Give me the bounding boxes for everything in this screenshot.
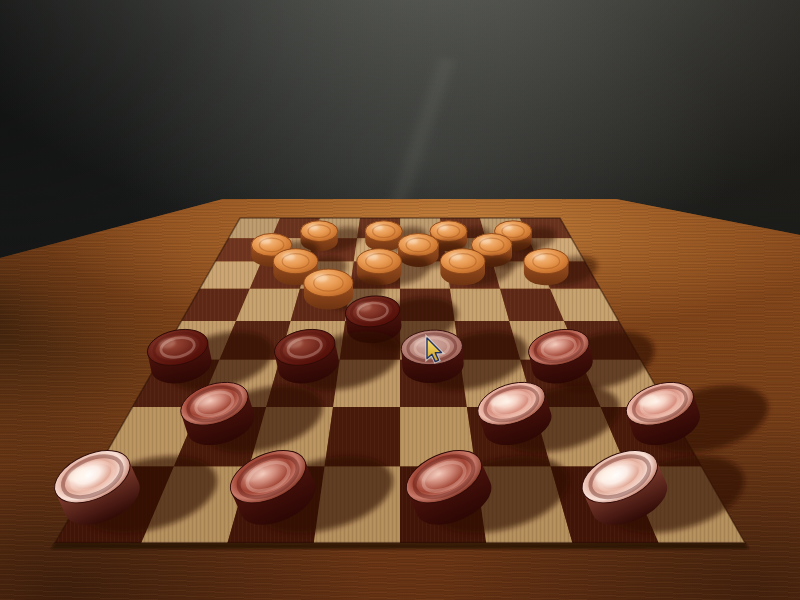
- piece-top: [301, 221, 338, 242]
- checkers-board: [0, 0, 800, 600]
- piece-highlight: [450, 253, 462, 260]
- piece-top: [357, 249, 402, 274]
- piece-top: [440, 249, 485, 274]
- piece-top: [524, 249, 569, 274]
- checker-piece-orange[interactable]: [440, 249, 485, 286]
- piece-highlight: [480, 238, 491, 244]
- checker-piece-orange[interactable]: [524, 249, 569, 286]
- piece-highlight: [502, 225, 512, 231]
- board-near-edge: [51, 543, 749, 549]
- piece-highlight: [314, 274, 328, 282]
- piece-highlight: [308, 225, 318, 231]
- piece-highlight: [260, 238, 271, 244]
- piece-top: [365, 221, 402, 242]
- checkers-3d-scene: [0, 0, 800, 600]
- wood-grain-overlay: [450, 289, 509, 321]
- piece-highlight: [407, 238, 418, 244]
- piece-highlight: [283, 253, 295, 260]
- checker-piece-orange[interactable]: [304, 269, 353, 309]
- piece-top: [304, 269, 353, 297]
- piece-highlight: [533, 253, 545, 260]
- piece-top: [398, 234, 439, 257]
- piece-top: [273, 249, 318, 274]
- checker-piece-orange[interactable]: [365, 221, 402, 251]
- piece-highlight: [366, 253, 378, 260]
- piece-highlight: [373, 225, 383, 231]
- piece-highlight: [438, 225, 448, 231]
